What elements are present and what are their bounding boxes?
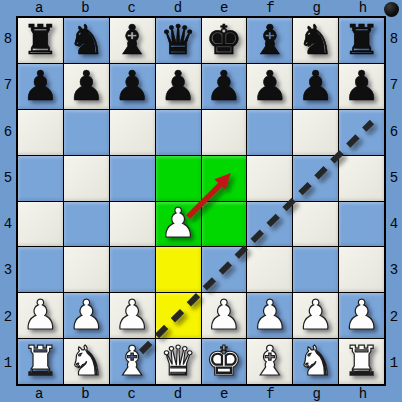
square-c2[interactable]: ♟ xyxy=(110,293,155,338)
square-h7[interactable]: ♟ xyxy=(339,64,384,109)
file-labels-top: abcdefgh xyxy=(16,0,386,16)
square-e1[interactable]: ♚ xyxy=(202,339,247,384)
piece-white-pawn-c2[interactable]: ♟ xyxy=(114,295,151,336)
piece-white-rook-a1[interactable]: ♜ xyxy=(22,341,59,382)
file-labels-bottom: abcdefgh xyxy=(16,386,386,402)
square-g3[interactable] xyxy=(293,247,338,292)
rank-label-7: 7 xyxy=(386,62,402,108)
piece-black-rook-a8[interactable]: ♜ xyxy=(22,20,59,61)
square-h5[interactable] xyxy=(339,156,384,201)
square-d2[interactable] xyxy=(156,293,201,338)
piece-white-rook-h1[interactable]: ♜ xyxy=(343,341,380,382)
piece-black-bishop-c8[interactable]: ♝ xyxy=(114,20,151,61)
file-label-c: c xyxy=(109,386,155,402)
rank-label-8: 8 xyxy=(386,16,402,62)
piece-black-pawn-e7[interactable]: ♟ xyxy=(206,66,243,107)
square-c6[interactable] xyxy=(110,110,155,155)
file-label-d: d xyxy=(155,386,201,402)
rank-label-8: 8 xyxy=(0,16,16,62)
piece-white-king-e1[interactable]: ♚ xyxy=(206,341,243,382)
rank-label-3: 3 xyxy=(386,247,402,293)
square-c3[interactable] xyxy=(110,247,155,292)
piece-black-pawn-b7[interactable]: ♟ xyxy=(68,66,105,107)
rank-label-6: 6 xyxy=(0,109,16,155)
square-g7[interactable]: ♟ xyxy=(293,64,338,109)
square-f6[interactable] xyxy=(247,110,292,155)
square-a6[interactable] xyxy=(18,110,63,155)
piece-black-pawn-a7[interactable]: ♟ xyxy=(22,66,59,107)
square-h6[interactable] xyxy=(339,110,384,155)
square-g8[interactable]: ♞ xyxy=(293,18,338,63)
square-d6[interactable] xyxy=(156,110,201,155)
file-label-c: c xyxy=(109,0,155,16)
square-a3[interactable] xyxy=(18,247,63,292)
board: ♜♞♝♛♚♝♞♜♟♟♟♟♟♟♟♟♟♟♟♟♟♟♟♟♜♞♝♛♚♝♞♜ xyxy=(16,16,386,386)
rank-labels-left: 87654321 xyxy=(0,16,16,386)
square-a2[interactable]: ♟ xyxy=(18,293,63,338)
square-b4[interactable] xyxy=(64,202,109,247)
piece-black-pawn-d7[interactable]: ♟ xyxy=(160,66,197,107)
square-c5[interactable] xyxy=(110,156,155,201)
file-label-b: b xyxy=(62,386,108,402)
piece-white-bishop-c1[interactable]: ♝ xyxy=(114,341,151,382)
square-a4[interactable] xyxy=(18,202,63,247)
square-d5[interactable] xyxy=(156,156,201,201)
square-g4[interactable] xyxy=(293,202,338,247)
piece-black-pawn-h7[interactable]: ♟ xyxy=(343,66,380,107)
square-d7[interactable]: ♟ xyxy=(156,64,201,109)
square-b6[interactable] xyxy=(64,110,109,155)
square-f2[interactable]: ♟ xyxy=(247,293,292,338)
square-h2[interactable]: ♟ xyxy=(339,293,384,338)
square-c1[interactable]: ♝ xyxy=(110,339,155,384)
square-b3[interactable] xyxy=(64,247,109,292)
rank-label-4: 4 xyxy=(386,201,402,247)
file-label-f: f xyxy=(247,386,293,402)
file-label-g: g xyxy=(294,386,340,402)
rank-label-7: 7 xyxy=(0,62,16,108)
square-h1[interactable]: ♜ xyxy=(339,339,384,384)
piece-white-bishop-f1[interactable]: ♝ xyxy=(251,341,288,382)
square-g5[interactable] xyxy=(293,156,338,201)
rank-label-1: 1 xyxy=(386,340,402,386)
square-a7[interactable]: ♟ xyxy=(18,64,63,109)
piece-white-pawn-d4[interactable]: ♟ xyxy=(160,203,197,244)
square-f5[interactable] xyxy=(247,156,292,201)
square-h8[interactable]: ♜ xyxy=(339,18,384,63)
file-label-h: h xyxy=(340,386,386,402)
square-b2[interactable]: ♟ xyxy=(64,293,109,338)
piece-white-queen-d1[interactable]: ♛ xyxy=(160,341,197,382)
square-h3[interactable] xyxy=(339,247,384,292)
file-label-f: f xyxy=(247,0,293,16)
rank-label-3: 3 xyxy=(0,247,16,293)
square-g2[interactable]: ♟ xyxy=(293,293,338,338)
square-e5[interactable] xyxy=(202,156,247,201)
file-label-a: a xyxy=(16,0,62,16)
square-g6[interactable] xyxy=(293,110,338,155)
rank-label-6: 6 xyxy=(386,109,402,155)
square-f1[interactable]: ♝ xyxy=(247,339,292,384)
piece-black-queen-d8[interactable]: ♛ xyxy=(160,20,197,61)
square-e4[interactable] xyxy=(202,202,247,247)
square-f7[interactable]: ♟ xyxy=(247,64,292,109)
square-b5[interactable] xyxy=(64,156,109,201)
square-d3[interactable] xyxy=(156,247,201,292)
piece-white-pawn-f2[interactable]: ♟ xyxy=(251,295,288,336)
piece-black-bishop-f8[interactable]: ♝ xyxy=(251,20,288,61)
piece-white-pawn-b2[interactable]: ♟ xyxy=(68,295,105,336)
square-e8[interactable]: ♚ xyxy=(202,18,247,63)
rank-label-2: 2 xyxy=(0,294,16,340)
square-e7[interactable]: ♟ xyxy=(202,64,247,109)
square-a5[interactable] xyxy=(18,156,63,201)
piece-black-rook-h8[interactable]: ♜ xyxy=(343,20,380,61)
piece-black-king-e8[interactable]: ♚ xyxy=(206,20,243,61)
file-label-h: h xyxy=(340,0,386,16)
piece-black-pawn-g7[interactable]: ♟ xyxy=(297,66,334,107)
file-label-g: g xyxy=(294,0,340,16)
piece-black-pawn-f7[interactable]: ♟ xyxy=(251,66,288,107)
rank-label-1: 1 xyxy=(0,340,16,386)
square-c4[interactable] xyxy=(110,202,155,247)
square-d8[interactable]: ♛ xyxy=(156,18,201,63)
square-c7[interactable]: ♟ xyxy=(110,64,155,109)
rank-label-5: 5 xyxy=(386,155,402,201)
piece-white-pawn-a2[interactable]: ♟ xyxy=(22,295,59,336)
square-b7[interactable]: ♟ xyxy=(64,64,109,109)
square-e2[interactable]: ♟ xyxy=(202,293,247,338)
piece-black-pawn-c7[interactable]: ♟ xyxy=(114,66,151,107)
piece-white-knight-b1[interactable]: ♞ xyxy=(68,341,105,382)
rank-label-4: 4 xyxy=(0,201,16,247)
file-label-d: d xyxy=(155,0,201,16)
rank-labels-right: 87654321 xyxy=(386,16,402,386)
chess-diagram: abcdefgh abcdefgh 87654321 87654321 ♜♞♝♛… xyxy=(0,0,402,402)
square-c8[interactable]: ♝ xyxy=(110,18,155,63)
square-h4[interactable] xyxy=(339,202,384,247)
square-d1[interactable]: ♛ xyxy=(156,339,201,384)
file-label-b: b xyxy=(62,0,108,16)
square-e6[interactable] xyxy=(202,110,247,155)
file-label-e: e xyxy=(201,0,247,16)
square-b8[interactable]: ♞ xyxy=(64,18,109,63)
square-f3[interactable] xyxy=(247,247,292,292)
square-b1[interactable]: ♞ xyxy=(64,339,109,384)
piece-white-pawn-h2[interactable]: ♟ xyxy=(343,295,380,336)
piece-black-knight-b8[interactable]: ♞ xyxy=(68,20,105,61)
piece-white-knight-g1[interactable]: ♞ xyxy=(297,341,334,382)
piece-white-pawn-g2[interactable]: ♟ xyxy=(297,295,334,336)
square-a8[interactable]: ♜ xyxy=(18,18,63,63)
piece-black-knight-g8[interactable]: ♞ xyxy=(297,20,334,61)
square-f8[interactable]: ♝ xyxy=(247,18,292,63)
piece-white-pawn-e2[interactable]: ♟ xyxy=(206,295,243,336)
square-e3[interactable] xyxy=(202,247,247,292)
black-to-move-indicator-dot xyxy=(384,2,399,17)
rank-label-5: 5 xyxy=(0,155,16,201)
square-f4[interactable] xyxy=(247,202,292,247)
file-label-e: e xyxy=(201,386,247,402)
square-g1[interactable]: ♞ xyxy=(293,339,338,384)
file-label-a: a xyxy=(16,386,62,402)
square-d4[interactable]: ♟ xyxy=(156,202,201,247)
square-a1[interactable]: ♜ xyxy=(18,339,63,384)
rank-label-2: 2 xyxy=(386,294,402,340)
